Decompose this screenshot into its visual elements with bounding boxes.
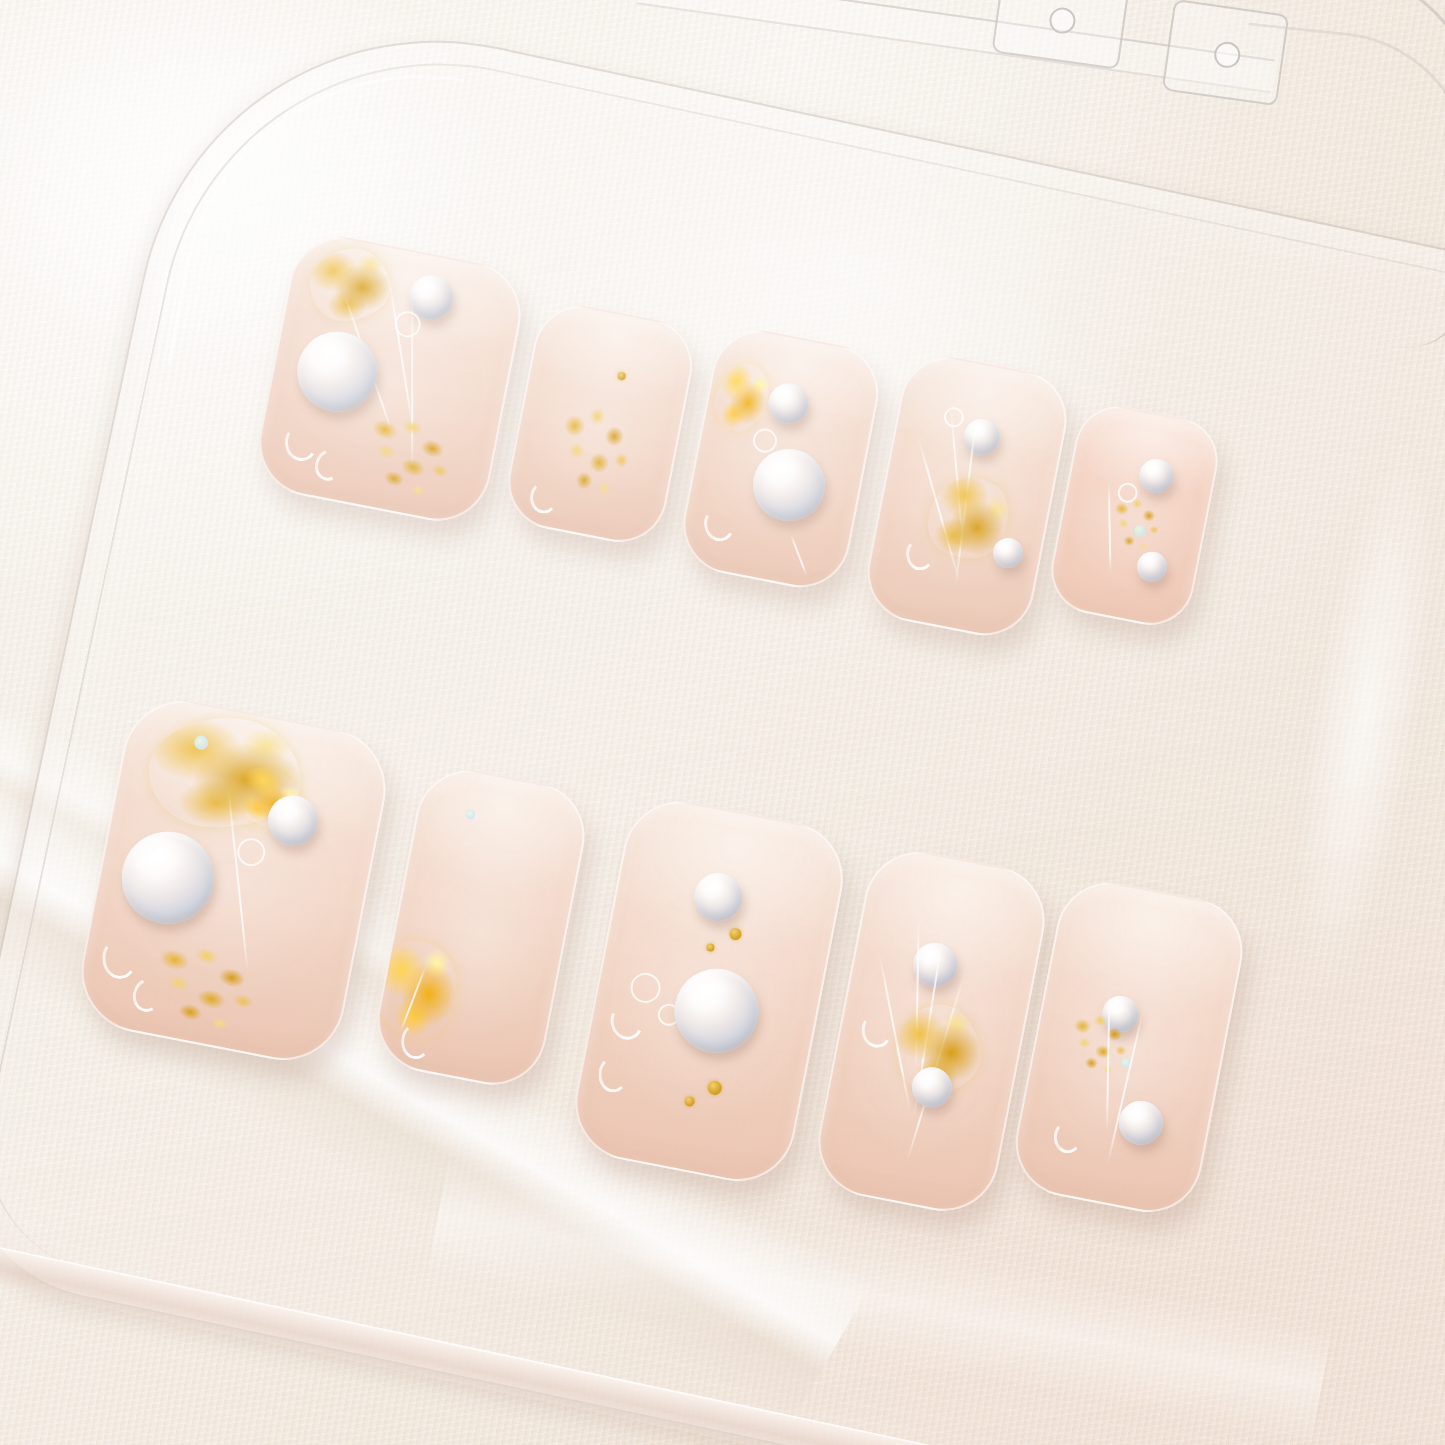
- swirl-arc: [859, 1012, 894, 1050]
- swirl-arc: [100, 937, 139, 981]
- pearl: [113, 824, 221, 932]
- pearl: [291, 324, 385, 418]
- swirl-ring: [235, 836, 268, 869]
- gold-foil: [347, 400, 469, 509]
- gold-speck: [707, 1079, 723, 1095]
- photo-scene: [0, 0, 1445, 1445]
- pearl: [1137, 456, 1177, 496]
- press-on-nail-top-1: [250, 228, 530, 530]
- swirl-arc: [701, 504, 738, 544]
- pearl: [1134, 549, 1169, 584]
- pearl: [690, 869, 746, 925]
- swirl-arc: [282, 423, 319, 464]
- swirl-arc: [906, 538, 936, 571]
- hinge-bar: [637, 0, 1276, 93]
- swirl-ring: [943, 406, 966, 429]
- pearl: [747, 443, 831, 527]
- pearl: [765, 380, 812, 427]
- gold-foil: [1103, 490, 1169, 556]
- gold-speck: [729, 927, 743, 941]
- gold-speck: [684, 1095, 696, 1107]
- swirl-arc: [606, 1000, 647, 1044]
- pearl: [1115, 1097, 1167, 1149]
- pearl: [961, 416, 1003, 458]
- swirl-arc: [530, 481, 560, 514]
- swirl-line: [790, 534, 808, 576]
- hinge-tab: [1162, 0, 1290, 106]
- pearl: [667, 962, 765, 1060]
- swirl-line: [1107, 482, 1111, 574]
- swirl-arc: [598, 1056, 630, 1094]
- opal-fleck: [465, 809, 477, 821]
- gold-foil: [546, 394, 645, 504]
- gold-speck: [617, 371, 626, 380]
- swirl-arc: [1053, 1121, 1082, 1153]
- gold-speck: [706, 943, 715, 952]
- hinge-tab: [991, 0, 1130, 70]
- swirl-ring: [628, 970, 663, 1005]
- gold-foil: [707, 357, 776, 438]
